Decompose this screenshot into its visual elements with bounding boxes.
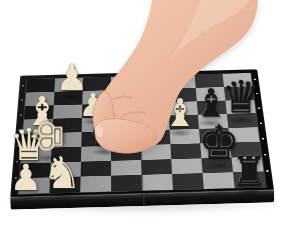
product-photo-scene: ♟♝♟♝♛♚♟♞♝♛♚♜♞ [0,0,285,227]
hand-shapes [93,0,258,153]
hand [0,0,285,227]
